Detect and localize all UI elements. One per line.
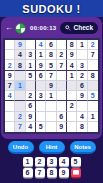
cell-r2c2[interactable]: 4 bbox=[15, 50, 25, 60]
cell-r5c9[interactable] bbox=[88, 81, 98, 91]
cell-r8c6[interactable]: 6 bbox=[57, 112, 67, 122]
cell-r6c3[interactable]: 2 bbox=[26, 91, 36, 101]
numpad-key-5[interactable]: 5 bbox=[71, 157, 81, 166]
cell-r5c6[interactable] bbox=[57, 81, 67, 91]
cell-r3c2[interactable]: 8 bbox=[15, 60, 25, 70]
check-button[interactable]: Check bbox=[60, 22, 98, 35]
cell-r1c8[interactable]: 1 bbox=[77, 40, 87, 50]
cell-r3c9[interactable] bbox=[88, 60, 98, 70]
hint-button[interactable]: Hint bbox=[39, 141, 65, 154]
cell-r8c2[interactable]: 2 bbox=[15, 112, 25, 122]
cell-r6c1[interactable]: 4 bbox=[5, 91, 15, 101]
cell-r5c2[interactable]: 1 bbox=[15, 81, 25, 91]
cell-r9c5[interactable] bbox=[46, 122, 56, 132]
magnifier-icon bbox=[65, 25, 71, 31]
cell-r6c6[interactable] bbox=[57, 91, 67, 101]
cell-r7c2[interactable] bbox=[15, 101, 25, 111]
check-button-label: Check bbox=[73, 24, 93, 31]
cell-r6c9[interactable]: 5 bbox=[88, 91, 98, 101]
cell-r2c9[interactable]: 7 bbox=[88, 50, 98, 60]
undo-button[interactable]: Undo bbox=[8, 141, 34, 154]
cell-r8c3[interactable]: 9 bbox=[26, 112, 36, 122]
cell-r2c7[interactable]: 9 bbox=[67, 50, 77, 60]
cell-r3c3[interactable]: 1 bbox=[26, 60, 36, 70]
cell-r4c9[interactable]: 8 bbox=[88, 71, 98, 81]
cell-r8c1[interactable] bbox=[5, 112, 15, 122]
game-header: ← 00:00:13 Check bbox=[3, 19, 100, 37]
numpad-row-2: 6789 bbox=[23, 168, 81, 177]
cell-r6c2[interactable] bbox=[15, 91, 25, 101]
cell-r6c4[interactable]: 3 bbox=[36, 91, 46, 101]
cell-r7c6[interactable] bbox=[57, 101, 67, 111]
cell-r7c7[interactable]: 2 bbox=[67, 101, 77, 111]
cell-r6c5[interactable]: 1 bbox=[46, 91, 56, 101]
cell-r9c3[interactable]: 4 bbox=[26, 122, 36, 132]
numpad-row-1: 12345 bbox=[23, 157, 81, 166]
cell-r2c1[interactable] bbox=[5, 50, 15, 60]
cell-r9c2[interactable]: 7 bbox=[15, 122, 25, 132]
numpad-key-4[interactable]: 4 bbox=[59, 157, 69, 166]
numpad-key-1[interactable]: 1 bbox=[23, 157, 33, 166]
cell-r9c1[interactable] bbox=[5, 122, 15, 132]
cell-r3c8[interactable]: 3 bbox=[77, 60, 87, 70]
cell-r4c8[interactable]: 2 bbox=[77, 71, 87, 81]
cell-r4c7[interactable]: 1 bbox=[67, 71, 77, 81]
page-title: SUDOKU ! bbox=[22, 3, 80, 15]
cell-r1c9[interactable]: 2 bbox=[88, 40, 98, 50]
cell-r2c8[interactable] bbox=[77, 50, 87, 60]
globe-icon bbox=[15, 23, 26, 34]
cell-r8c7[interactable] bbox=[67, 112, 77, 122]
cell-r1c6[interactable] bbox=[57, 40, 67, 50]
sudoku-grid: 9468124318297281957439567128719642319562… bbox=[3, 38, 100, 134]
sudoku-app: SUDOKU ! ← 00:00:13 Check 94681243182972… bbox=[0, 0, 103, 183]
cell-r1c2[interactable]: 9 bbox=[15, 40, 25, 50]
cell-r7c1[interactable] bbox=[5, 101, 15, 111]
cell-r8c8[interactable]: 4 bbox=[77, 112, 87, 122]
cell-r8c4[interactable] bbox=[36, 112, 46, 122]
cell-r4c3[interactable]: 5 bbox=[26, 71, 36, 81]
numpad-key-3[interactable]: 3 bbox=[47, 157, 57, 166]
cell-r1c1[interactable] bbox=[5, 40, 15, 50]
cell-r3c6[interactable]: 7 bbox=[57, 60, 67, 70]
cell-r2c5[interactable]: 8 bbox=[46, 50, 56, 60]
cell-r5c7[interactable] bbox=[67, 81, 77, 91]
cell-r7c3[interactable]: 6 bbox=[26, 101, 36, 111]
cell-r1c5[interactable]: 6 bbox=[46, 40, 56, 50]
game-card: ← 00:00:13 Check 94681243182972819574395… bbox=[1, 17, 102, 139]
title-band: SUDOKU ! bbox=[0, 0, 103, 17]
cell-r9c6[interactable]: 9 bbox=[57, 122, 67, 132]
cell-r7c5[interactable] bbox=[46, 101, 56, 111]
cell-r1c7[interactable]: 8 bbox=[67, 40, 77, 50]
cell-r2c3[interactable]: 3 bbox=[26, 50, 36, 60]
cell-r3c4[interactable]: 9 bbox=[36, 60, 46, 70]
cell-r5c3[interactable] bbox=[26, 81, 36, 91]
cell-r1c3[interactable] bbox=[26, 40, 36, 50]
cell-r5c8[interactable]: 6 bbox=[77, 81, 87, 91]
cell-r2c6[interactable]: 2 bbox=[57, 50, 67, 60]
cell-r1c4[interactable]: 4 bbox=[36, 40, 46, 50]
cell-r6c7[interactable] bbox=[67, 91, 77, 101]
numpad-key-7[interactable]: 7 bbox=[35, 168, 45, 177]
cell-r2c4[interactable]: 1 bbox=[36, 50, 46, 60]
eraser-icon bbox=[73, 170, 79, 176]
cell-r4c1[interactable]: 9 bbox=[5, 71, 15, 81]
cell-r7c8[interactable] bbox=[77, 101, 87, 111]
cell-r5c4[interactable] bbox=[36, 81, 46, 91]
cell-r9c7[interactable] bbox=[67, 122, 77, 132]
cell-r5c1[interactable]: 7 bbox=[5, 81, 15, 91]
cell-r4c2[interactable] bbox=[15, 71, 25, 81]
cell-r4c4[interactable]: 6 bbox=[36, 71, 46, 81]
cell-r7c4[interactable] bbox=[36, 101, 46, 111]
cell-r7c9[interactable] bbox=[88, 101, 98, 111]
numpad-key-9[interactable]: 9 bbox=[59, 168, 69, 177]
cell-r8c9[interactable]: 1 bbox=[88, 112, 98, 122]
cell-r8c5[interactable] bbox=[46, 112, 56, 122]
erase-key[interactable] bbox=[71, 168, 81, 177]
cell-r4c6[interactable] bbox=[57, 71, 67, 81]
cell-r5c5[interactable]: 9 bbox=[46, 81, 56, 91]
cell-r9c4[interactable]: 5 bbox=[36, 122, 46, 132]
cell-r9c9[interactable] bbox=[88, 122, 98, 132]
numpad-key-8[interactable]: 8 bbox=[47, 168, 57, 177]
notes-button[interactable]: Notes bbox=[70, 141, 96, 154]
cell-r3c5[interactable]: 5 bbox=[46, 60, 56, 70]
cell-r3c7[interactable]: 4 bbox=[67, 60, 77, 70]
cell-r3c1[interactable]: 2 bbox=[5, 60, 15, 70]
action-bar: Undo Hint Notes bbox=[0, 141, 103, 154]
numpad: 12345 6789 bbox=[0, 157, 103, 177]
timer: 00:00:13 bbox=[30, 25, 56, 31]
cell-r4c5[interactable]: 7 bbox=[46, 71, 56, 81]
cell-r6c8[interactable]: 9 bbox=[77, 91, 87, 101]
back-arrow-icon[interactable]: ← bbox=[5, 24, 13, 32]
numpad-key-2[interactable]: 2 bbox=[35, 157, 45, 166]
cell-r9c8[interactable]: 8 bbox=[77, 122, 87, 132]
numpad-key-6[interactable]: 6 bbox=[23, 168, 33, 177]
